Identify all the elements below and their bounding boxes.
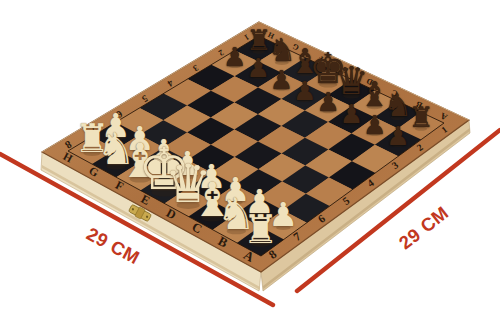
piece-shadow [369,132,380,136]
piece-shadow [83,151,100,157]
piece-shadow [346,121,357,125]
piece-shadow [276,225,290,230]
piece-shadow [130,176,151,183]
piece-shadow [322,110,333,114]
piece-shadow [367,104,382,109]
piece-shadow [298,71,313,76]
piece-shadow [392,144,403,148]
piece-shadow [204,187,218,192]
piece-shadow [299,98,310,102]
piece-shadow [177,202,200,209]
piece-shadow [228,200,242,205]
piece-shadow [157,162,171,167]
piece-shadow [180,175,194,180]
piece-shadow [227,228,246,234]
piece-shadow [151,188,177,196]
piece-shadow [253,50,265,54]
piece-shadow [276,87,287,91]
piece-shadow [252,241,269,247]
piece-shadow [109,137,123,142]
piece-shadow [391,116,405,120]
piece-shadow [229,64,240,68]
piece-shadow [319,82,337,88]
piece-shadow [106,163,125,169]
chessboard-graphic: HHGGFFEEDDCCBBAA1122334455667788 [0,0,500,319]
product-photo-stage: HHGGFFEEDDCCBBAA1122334455667788 ♜♞♟♝♟♚♟… [0,0,500,319]
piece-shadow [253,76,264,80]
piece-shadow [275,61,289,65]
piece-shadow [202,215,223,222]
piece-shadow [252,213,266,218]
piece-shadow [415,127,427,131]
piece-shadow [343,93,360,98]
piece-shadow [133,149,147,154]
